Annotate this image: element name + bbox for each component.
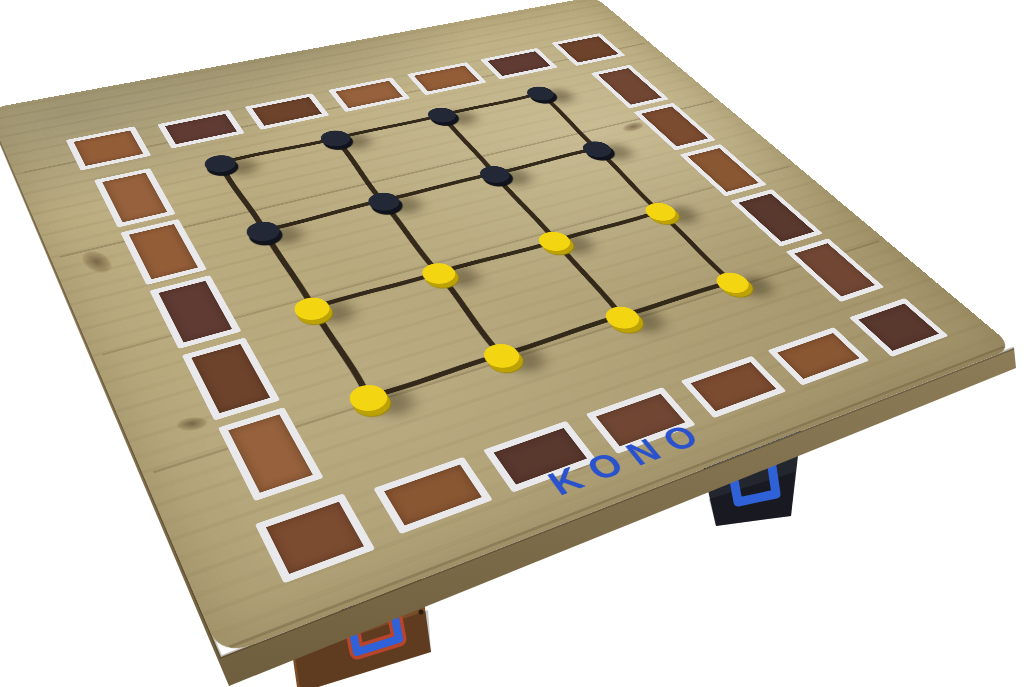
piece-black[interactable]: ●: [227, 203, 296, 255]
piece-yellow[interactable]: ●: [622, 186, 695, 233]
piece-black[interactable]: ●: [409, 94, 472, 133]
piece-black[interactable]: ●: [187, 139, 251, 184]
piece-black[interactable]: ●: [507, 73, 570, 110]
piece-yellow[interactable]: ●: [515, 214, 589, 265]
photo-canvas: ●●●●●●●●●●●●●●●● KONO: [0, 0, 1024, 687]
piece-yellow[interactable]: ●: [580, 286, 661, 345]
piece-yellow[interactable]: ●: [273, 276, 348, 336]
piece-yellow[interactable]: ●: [400, 244, 475, 299]
piece-yellow[interactable]: ●: [690, 253, 770, 307]
piece-black[interactable]: ●: [348, 176, 417, 224]
piece-black[interactable]: ●: [561, 126, 629, 168]
piece-black[interactable]: ●: [302, 115, 366, 157]
piece-black[interactable]: ●: [459, 150, 527, 195]
piece-yellow[interactable]: ●: [459, 321, 541, 385]
piece-yellow[interactable]: ●: [325, 360, 408, 430]
